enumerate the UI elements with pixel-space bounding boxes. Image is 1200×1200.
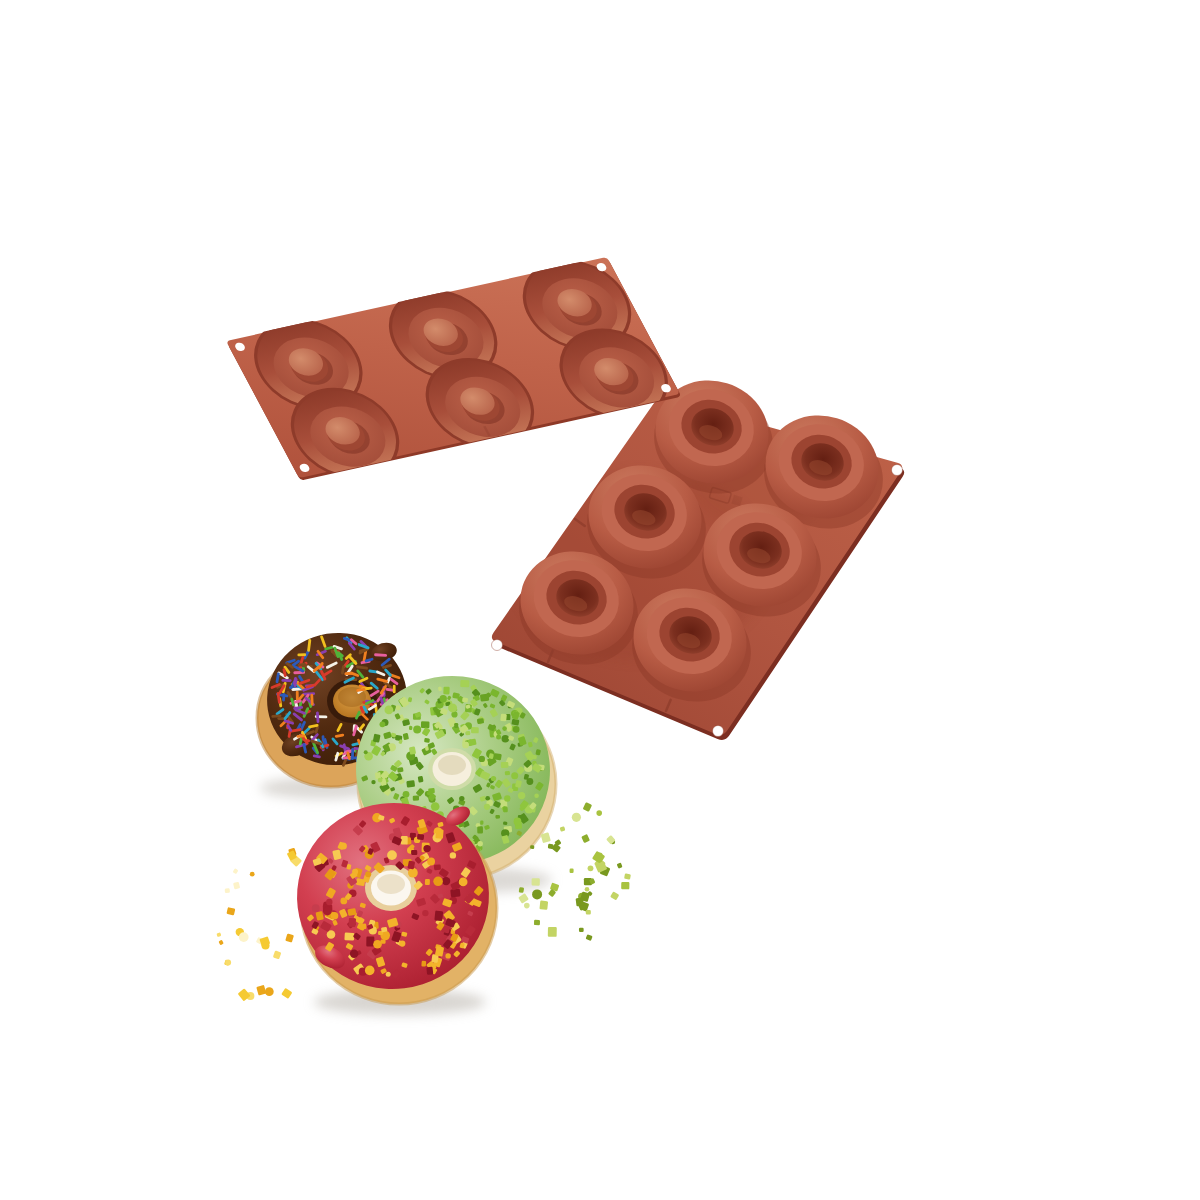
flat-donut-mold — [222, 250, 687, 491]
donut-cavities — [236, 250, 686, 488]
product-photo — [0, 0, 1200, 1200]
donut-hole-shade — [377, 874, 405, 894]
donut-mold-scene — [0, 0, 1200, 1200]
donut-hole-shade — [438, 755, 466, 775]
